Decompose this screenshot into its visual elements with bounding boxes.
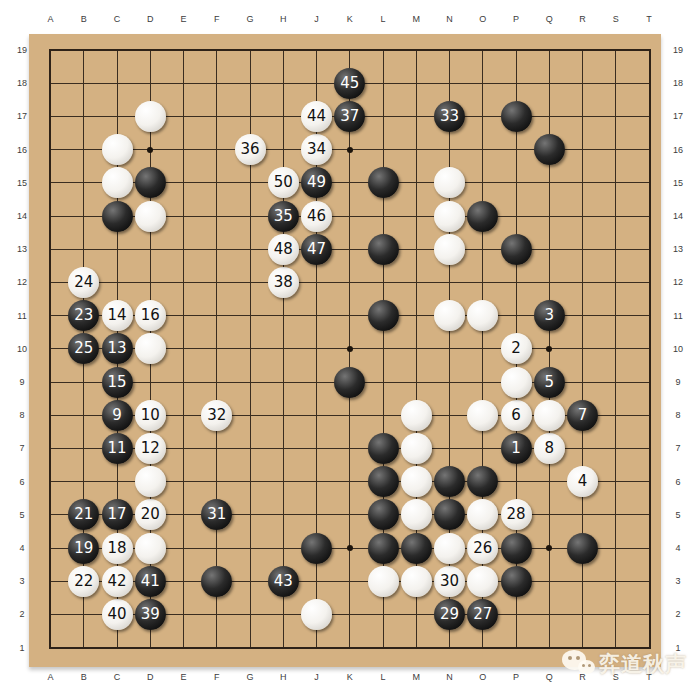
column-label-top-D: D	[139, 14, 161, 24]
move-number: 19	[74, 541, 93, 556]
stone-black-R8: 7	[567, 400, 598, 431]
row-label-left-19: 19	[12, 45, 32, 55]
move-number: 14	[107, 308, 126, 323]
column-label-bottom-L: L	[372, 672, 394, 682]
stone-black-Q9: 5	[534, 367, 565, 398]
row-label-right-19: 19	[668, 45, 688, 55]
stone-white-N11	[434, 300, 465, 331]
stone-black-Q11: 3	[534, 300, 565, 331]
stone-white-L3	[368, 566, 399, 597]
move-number: 36	[240, 142, 259, 157]
row-label-left-13: 13	[12, 244, 32, 254]
move-number: 6	[511, 408, 521, 423]
column-label-bottom-G: G	[239, 672, 261, 682]
move-number: 23	[74, 308, 93, 323]
stone-white-P9	[501, 367, 532, 398]
move-number: 2	[511, 341, 521, 356]
row-label-left-4: 4	[12, 543, 32, 553]
move-number: 24	[74, 275, 93, 290]
column-label-top-Q: Q	[538, 14, 560, 24]
row-label-right-12: 12	[668, 277, 688, 287]
stone-black-N2: 29	[434, 599, 465, 630]
move-number: 22	[74, 574, 93, 589]
stone-white-D4	[135, 533, 166, 564]
stone-white-D10	[135, 333, 166, 364]
row-label-right-10: 10	[668, 344, 688, 354]
stone-black-J13: 47	[301, 234, 332, 265]
move-number: 20	[141, 507, 160, 522]
row-label-left-2: 2	[12, 609, 32, 619]
stone-black-H3: 43	[268, 566, 299, 597]
stone-black-N17: 33	[434, 101, 465, 132]
stone-white-N4	[434, 533, 465, 564]
stone-black-L5	[368, 499, 399, 530]
column-label-top-H: H	[272, 14, 294, 24]
stone-white-O3	[467, 566, 498, 597]
stone-white-B3: 22	[68, 566, 99, 597]
move-number: 29	[440, 607, 459, 622]
stone-white-C15	[102, 167, 133, 198]
column-label-bottom-O: O	[472, 672, 494, 682]
stone-black-L6	[368, 466, 399, 497]
stone-black-P7: 1	[501, 433, 532, 464]
move-number: 48	[274, 242, 293, 257]
stone-black-D3: 41	[135, 566, 166, 597]
stone-white-N3: 30	[434, 566, 465, 597]
move-number: 13	[107, 341, 126, 356]
column-label-top-J: J	[306, 14, 328, 24]
stone-black-P17	[501, 101, 532, 132]
move-number: 40	[107, 607, 126, 622]
move-number: 38	[274, 275, 293, 290]
row-label-left-15: 15	[12, 178, 32, 188]
row-label-left-10: 10	[12, 344, 32, 354]
row-label-left-18: 18	[12, 78, 32, 88]
move-number: 10	[141, 408, 160, 423]
stone-white-M8	[401, 400, 432, 431]
stone-black-P13	[501, 234, 532, 265]
move-number: 4	[578, 474, 588, 489]
move-number: 37	[340, 109, 359, 124]
stone-white-H15: 50	[268, 167, 299, 198]
stone-black-B4: 19	[68, 533, 99, 564]
move-number: 21	[74, 507, 93, 522]
move-number: 8	[544, 441, 554, 456]
row-label-right-2: 2	[668, 609, 688, 619]
row-label-left-14: 14	[12, 211, 32, 221]
column-label-top-N: N	[439, 14, 461, 24]
move-number: 16	[141, 308, 160, 323]
column-label-top-P: P	[505, 14, 527, 24]
row-label-right-6: 6	[668, 477, 688, 487]
move-number: 1	[511, 441, 521, 456]
stone-white-C3: 42	[102, 566, 133, 597]
stone-white-D17	[135, 101, 166, 132]
column-label-bottom-D: D	[139, 672, 161, 682]
row-label-left-16: 16	[12, 145, 32, 155]
stone-black-O2: 27	[467, 599, 498, 630]
stone-black-C5: 17	[102, 499, 133, 530]
move-number: 33	[440, 109, 459, 124]
row-label-right-9: 9	[668, 377, 688, 387]
stone-black-F3	[201, 566, 232, 597]
move-number: 35	[274, 209, 293, 224]
row-label-right-14: 14	[668, 211, 688, 221]
stone-white-F8: 32	[201, 400, 232, 431]
column-label-bottom-A: A	[40, 672, 62, 682]
row-label-left-5: 5	[12, 510, 32, 520]
stone-black-K18: 45	[334, 68, 365, 99]
column-label-top-C: C	[106, 14, 128, 24]
move-number: 17	[107, 507, 126, 522]
stone-black-N6	[434, 466, 465, 497]
column-label-top-K: K	[339, 14, 361, 24]
move-number: 5	[544, 375, 554, 390]
column-label-bottom-N: N	[439, 672, 461, 682]
move-number: 34	[307, 142, 326, 157]
move-number: 3	[544, 308, 554, 323]
stone-white-O8	[467, 400, 498, 431]
stone-black-C14	[102, 201, 133, 232]
stone-black-K9	[334, 367, 365, 398]
move-number: 46	[307, 209, 326, 224]
star-point-D16	[147, 147, 153, 153]
move-number: 32	[207, 408, 226, 423]
stone-white-P5: 28	[501, 499, 532, 530]
row-label-right-15: 15	[668, 178, 688, 188]
row-label-left-12: 12	[12, 277, 32, 287]
row-label-right-8: 8	[668, 410, 688, 420]
row-label-left-17: 17	[12, 111, 32, 121]
row-label-right-3: 3	[668, 576, 688, 586]
column-label-bottom-B: B	[73, 672, 95, 682]
row-label-left-1: 1	[12, 643, 32, 653]
watermark-text: 弈道秋声	[599, 650, 687, 678]
column-label-bottom-P: P	[505, 672, 527, 682]
stone-white-M7	[401, 433, 432, 464]
column-label-bottom-E: E	[173, 672, 195, 682]
star-point-K16	[347, 147, 353, 153]
stone-black-D15	[135, 167, 166, 198]
stone-black-C8: 9	[102, 400, 133, 431]
move-number: 28	[506, 507, 525, 522]
column-label-bottom-C: C	[106, 672, 128, 682]
stone-black-L11	[368, 300, 399, 331]
move-number: 9	[112, 408, 122, 423]
move-number: 31	[207, 507, 226, 522]
stone-black-C10: 13	[102, 333, 133, 364]
stone-white-H13: 48	[268, 234, 299, 265]
stone-black-J4	[301, 533, 332, 564]
stone-white-C16	[102, 134, 133, 165]
move-number: 39	[141, 607, 160, 622]
column-label-top-T: T	[638, 14, 660, 24]
stone-white-M5	[401, 499, 432, 530]
column-label-bottom-J: J	[306, 672, 328, 682]
stone-white-R6: 4	[567, 466, 598, 497]
stone-black-R4	[567, 533, 598, 564]
stone-white-J17: 44	[301, 101, 332, 132]
row-label-left-9: 9	[12, 377, 32, 387]
stone-white-M3	[401, 566, 432, 597]
column-label-top-B: B	[73, 14, 95, 24]
move-number: 27	[473, 607, 492, 622]
row-label-right-17: 17	[668, 111, 688, 121]
stone-black-H14: 35	[268, 201, 299, 232]
move-number: 49	[307, 175, 326, 190]
move-number: 50	[274, 175, 293, 190]
row-label-right-13: 13	[668, 244, 688, 254]
stone-white-O4: 26	[467, 533, 498, 564]
column-label-bottom-Q: Q	[538, 672, 560, 682]
column-label-bottom-M: M	[405, 672, 427, 682]
move-number: 42	[107, 574, 126, 589]
stone-black-L13	[368, 234, 399, 265]
row-label-left-7: 7	[12, 443, 32, 453]
stone-black-C7: 11	[102, 433, 133, 464]
stone-black-Q16	[534, 134, 565, 165]
row-label-right-7: 7	[668, 443, 688, 453]
stone-white-D5: 20	[135, 499, 166, 530]
stone-black-L15	[368, 167, 399, 198]
wechat-icon	[561, 646, 597, 682]
row-label-right-4: 4	[668, 543, 688, 553]
row-label-left-8: 8	[12, 410, 32, 420]
stone-white-D7: 12	[135, 433, 166, 464]
stone-white-J2	[301, 599, 332, 630]
move-number: 30	[440, 574, 459, 589]
stone-white-C11: 14	[102, 300, 133, 331]
move-number: 43	[274, 574, 293, 589]
move-number: 44	[307, 109, 326, 124]
stone-white-B12: 24	[68, 267, 99, 298]
move-number: 47	[307, 242, 326, 257]
column-label-top-F: F	[206, 14, 228, 24]
stone-black-O14	[467, 201, 498, 232]
stone-white-P10: 2	[501, 333, 532, 364]
stone-black-L7	[368, 433, 399, 464]
column-label-top-S: S	[605, 14, 627, 24]
stone-black-K17: 37	[334, 101, 365, 132]
star-point-K4	[347, 545, 353, 551]
column-label-top-M: M	[405, 14, 427, 24]
row-label-right-11: 11	[668, 311, 688, 321]
row-label-left-3: 3	[12, 576, 32, 586]
stone-white-C2: 40	[102, 599, 133, 630]
stone-black-M4	[401, 533, 432, 564]
go-diagram: AABBCCDDEEFFGGHHJJKKLLMMNNOOPPQQRRSSTT19…	[0, 0, 700, 700]
column-label-top-R: R	[572, 14, 594, 24]
move-number: 26	[473, 541, 492, 556]
column-label-top-L: L	[372, 14, 394, 24]
stone-black-P4	[501, 533, 532, 564]
move-number: 41	[141, 574, 160, 589]
move-number: 18	[107, 541, 126, 556]
move-number: 12	[141, 441, 160, 456]
column-label-top-G: G	[239, 14, 261, 24]
stone-white-D11: 16	[135, 300, 166, 331]
move-number: 15	[107, 375, 126, 390]
move-number: 45	[340, 76, 359, 91]
stone-white-N14	[434, 201, 465, 232]
row-label-right-18: 18	[668, 78, 688, 88]
move-number: 11	[107, 441, 126, 456]
column-label-top-A: A	[40, 14, 62, 24]
column-label-bottom-K: K	[339, 672, 361, 682]
stone-white-D8: 10	[135, 400, 166, 431]
stone-white-J14: 46	[301, 201, 332, 232]
row-label-right-5: 5	[668, 510, 688, 520]
stone-white-N13	[434, 234, 465, 265]
column-label-top-E: E	[173, 14, 195, 24]
column-label-bottom-F: F	[206, 672, 228, 682]
stone-black-C9: 15	[102, 367, 133, 398]
stone-white-P8: 6	[501, 400, 532, 431]
row-label-right-16: 16	[668, 145, 688, 155]
stone-white-H12: 38	[268, 267, 299, 298]
column-label-bottom-H: H	[272, 672, 294, 682]
stone-white-G16: 36	[235, 134, 266, 165]
stone-black-P3	[501, 566, 532, 597]
stone-white-M6	[401, 466, 432, 497]
star-point-K10	[347, 346, 353, 352]
stone-black-D2: 39	[135, 599, 166, 630]
watermark: 弈道秋声	[561, 646, 687, 682]
move-number: 25	[74, 341, 93, 356]
stone-white-C4: 18	[102, 533, 133, 564]
stone-white-D6	[135, 466, 166, 497]
move-number: 7	[578, 408, 588, 423]
row-label-left-6: 6	[12, 477, 32, 487]
stone-black-L4	[368, 533, 399, 564]
stone-white-D14	[135, 201, 166, 232]
row-label-left-11: 11	[12, 311, 32, 321]
stone-white-Q8	[534, 400, 565, 431]
stone-white-Q7: 8	[534, 433, 565, 464]
stone-white-J16: 34	[301, 134, 332, 165]
column-label-top-O: O	[472, 14, 494, 24]
